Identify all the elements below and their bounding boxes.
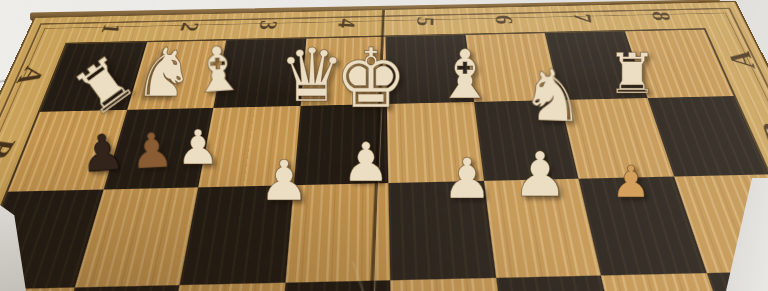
- piece-cream-bishop-A3[interactable]: ♝: [188, 39, 248, 102]
- chessboard-photo-scene: 12345678ABCDEFGHABCDEFGH ♜♞♝♛♚♝♞♜♟♟♟♟♟♟♟…: [0, 0, 768, 291]
- file-label-8: 8: [617, 3, 706, 30]
- piece-dark-pawn-B1[interactable]: ♟: [79, 129, 127, 180]
- piece-cream-bishop-A6[interactable]: ♝: [435, 43, 496, 108]
- piece-cream-pawn-B6[interactable]: ♟: [442, 152, 492, 205]
- piece-cream-knight-A7[interactable]: ♞: [520, 61, 587, 132]
- piece-cream-rook-A8[interactable]: ♜: [607, 47, 657, 100]
- piece-brown-pawn-B2[interactable]: ♟: [129, 127, 174, 175]
- piece-cream-pawn-B3[interactable]: ♟: [176, 125, 219, 171]
- square-D5[interactable]: [390, 277, 510, 291]
- file-label-7: 7: [540, 5, 626, 32]
- piece-cream-pawn-B7[interactable]: ♟: [512, 146, 568, 205]
- piece-cream-pawn-B4[interactable]: ♟: [259, 154, 309, 207]
- piece-tan-pawn-B8[interactable]: ♟: [611, 161, 650, 203]
- file-label-6: 6: [462, 6, 545, 33]
- piece-cream-pawn-B5[interactable]: ♟: [342, 137, 390, 188]
- piece-cream-king-A5[interactable]: ♚: [334, 40, 408, 118]
